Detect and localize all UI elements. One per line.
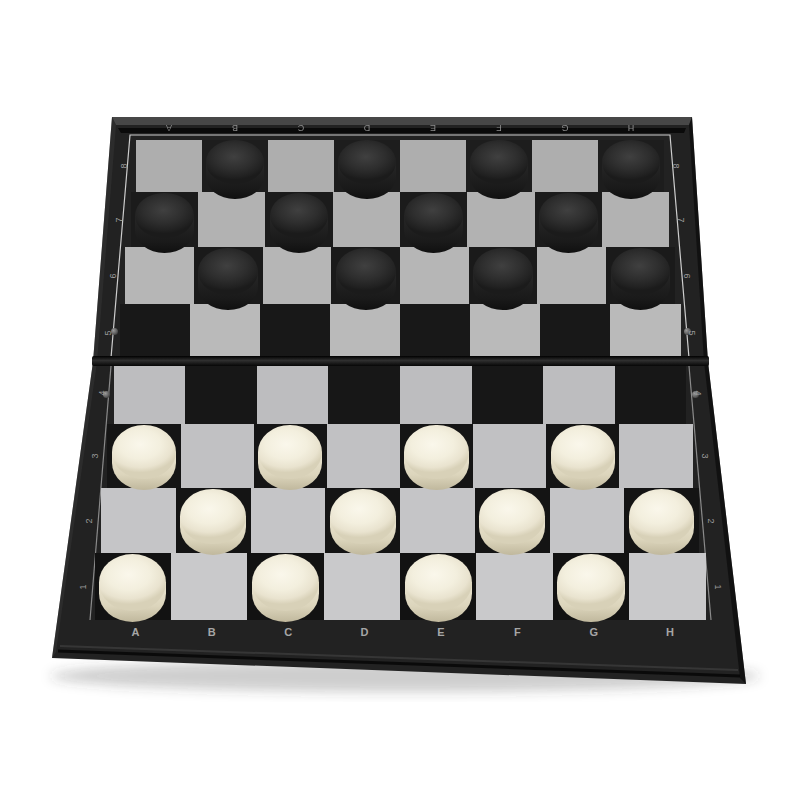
product-photo-checkers-board: AABBCCDDEEFFGGHH8877665544332211 <box>0 0 800 800</box>
frame-lip-icon <box>112 117 692 125</box>
board-frame <box>0 0 800 800</box>
frame-outer <box>52 117 746 684</box>
